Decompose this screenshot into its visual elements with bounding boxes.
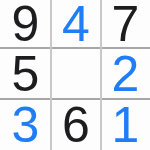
sudoku-cell[interactable] — [51, 48, 101, 99]
sudoku-cell[interactable]: 9 — [0, 0, 51, 48]
sudoku-cell[interactable]: 4 — [51, 0, 101, 48]
sudoku-grid: 9 4 7 5 2 3 6 1 — [0, 0, 150, 150]
sudoku-cell[interactable]: 2 — [101, 48, 150, 99]
sudoku-cell[interactable]: 5 — [0, 48, 51, 99]
sudoku-cell[interactable]: 7 — [101, 0, 150, 48]
sudoku-cell[interactable]: 3 — [0, 99, 51, 150]
sudoku-cell[interactable]: 6 — [51, 99, 101, 150]
sudoku-board: 9 4 7 5 2 3 6 1 — [0, 0, 150, 150]
sudoku-cell[interactable]: 1 — [101, 99, 150, 150]
